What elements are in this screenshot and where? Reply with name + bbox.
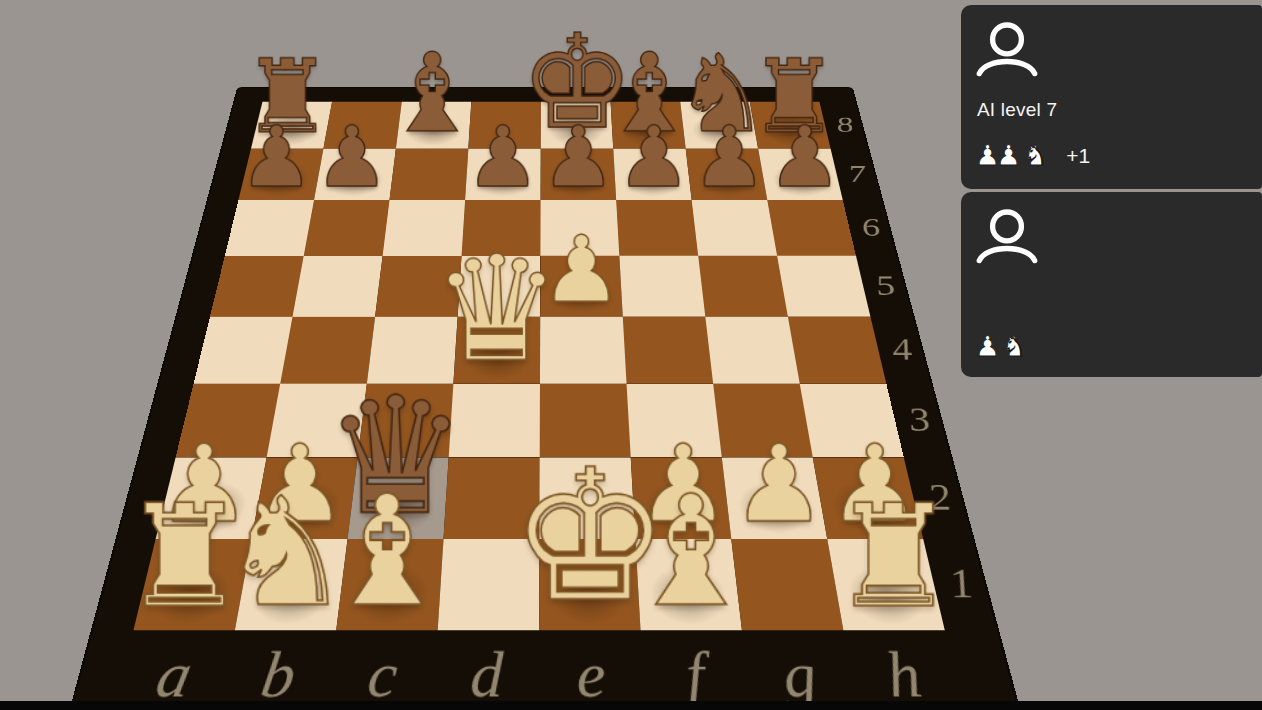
square-g6[interactable]	[692, 200, 777, 256]
black-bishop-c8[interactable]: ♝	[396, 102, 471, 149]
file-label-b: b	[220, 639, 335, 710]
player-name: AI level 7	[977, 99, 1057, 121]
black-pawn-f7[interactable]: ♟	[613, 149, 691, 200]
file-label-a: a	[113, 639, 233, 710]
square-c7[interactable]	[390, 149, 469, 200]
square-f5[interactable]	[619, 256, 705, 317]
square-g5[interactable]	[698, 256, 788, 317]
captured-knight-icon: ♞	[1023, 139, 1048, 173]
black-pawn-b7[interactable]: ♟	[314, 149, 396, 200]
square-a4[interactable]	[194, 317, 293, 384]
black-pawn-a7[interactable]: ♟	[238, 149, 323, 200]
file-label-c: c	[326, 639, 437, 710]
file-labels: abcdefgh	[116, 639, 961, 700]
file-label-e: e	[539, 639, 645, 710]
white-rook-h1[interactable]: ♜	[827, 539, 945, 630]
square-h7[interactable]: ♟	[758, 149, 843, 200]
square-f7[interactable]: ♟	[613, 149, 691, 200]
file-label-h: h	[845, 639, 964, 710]
captured-pawn-icon: ♟	[975, 330, 1000, 364]
black-pawn-h7[interactable]: ♟	[758, 149, 843, 200]
captured-pieces-tray: ♟♞	[975, 330, 1027, 364]
square-e7[interactable]: ♟	[541, 149, 617, 200]
square-f4[interactable]	[623, 317, 713, 384]
square-c1[interactable]: ♝	[336, 539, 443, 630]
player-panel-ai: AI level 7 ♟♟♞+1	[961, 5, 1262, 189]
file-label-d: d	[432, 639, 539, 710]
square-b6[interactable]	[304, 200, 390, 256]
file-label-f: f	[641, 639, 752, 710]
bottom-system-bar	[0, 701, 1262, 710]
square-h5[interactable]	[777, 256, 870, 317]
square-h1[interactable]: ♜	[827, 539, 945, 630]
file-label-g: g	[743, 639, 858, 710]
square-f6[interactable]	[616, 200, 698, 256]
square-h6[interactable]	[767, 200, 856, 256]
square-f1[interactable]: ♝	[635, 539, 742, 630]
captured-pawn-icon: ♟	[996, 139, 1021, 173]
white-bishop-f1[interactable]: ♝	[635, 539, 742, 630]
user-avatar-icon	[975, 204, 1039, 268]
captured-knight-icon: ♞	[1002, 330, 1027, 364]
square-c8[interactable]: ♝	[396, 102, 471, 149]
material-advantage: +1	[1066, 139, 1090, 173]
square-d7[interactable]: ♟	[465, 149, 541, 200]
black-pawn-g7[interactable]: ♟	[686, 149, 768, 200]
black-pawn-d7[interactable]: ♟	[465, 149, 541, 200]
square-b7[interactable]: ♟	[314, 149, 396, 200]
board-grid[interactable]: ♜♝♚♝♞♜♟♟♟♟♟♟♟♟♛♟♟♛♟♟♟♜♞♝♚♝♜	[133, 102, 944, 631]
captured-pieces-tray: ♟♟♞+1	[975, 139, 1090, 173]
square-a6[interactable]	[225, 200, 314, 256]
square-a7[interactable]: ♟	[238, 149, 323, 200]
app-screen: ♜♝♚♝♞♜♟♟♟♟♟♟♟♟♛♟♟♛♟♟♟♜♞♝♚♝♜ abcdefgh 123…	[0, 0, 1262, 710]
player-panel-human: ♟♞	[961, 192, 1262, 377]
board-frame: ♜♝♚♝♞♜♟♟♟♟♟♟♟♟♛♟♟♛♟♟♟♜♞♝♚♝♜ abcdefgh 123…	[73, 88, 1016, 705]
white-bishop-c1[interactable]: ♝	[336, 539, 443, 630]
square-g7[interactable]: ♟	[686, 149, 768, 200]
square-b5[interactable]	[293, 256, 383, 317]
square-h4[interactable]	[788, 317, 886, 384]
square-a5[interactable]	[210, 256, 304, 317]
black-pawn-e7[interactable]: ♟	[541, 149, 617, 200]
user-avatar-icon	[975, 17, 1039, 81]
square-g4[interactable]	[705, 317, 799, 384]
